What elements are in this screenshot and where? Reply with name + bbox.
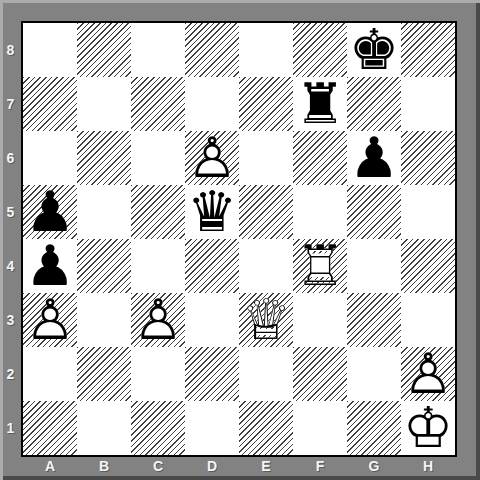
square-e4[interactable] [239, 239, 293, 293]
square-g1[interactable] [347, 401, 401, 455]
square-f4[interactable]: ♜♖ [293, 239, 347, 293]
square-c7[interactable] [131, 77, 185, 131]
square-d5[interactable]: ♛ [185, 185, 239, 239]
square-a3[interactable]: ♟♙ [23, 293, 77, 347]
piece-glyph: ♔ [401, 401, 455, 455]
square-b1[interactable] [77, 401, 131, 455]
piece-white-rook[interactable]: ♜♖ [293, 239, 347, 293]
file-label-b: B [77, 456, 131, 476]
rank-label-7: 7 [0, 77, 21, 131]
square-h1[interactable]: ♚♔ [401, 401, 455, 455]
square-e3[interactable]: ♛♕ [239, 293, 293, 347]
square-h8[interactable] [401, 23, 455, 77]
square-d7[interactable] [185, 77, 239, 131]
piece-glyph: ♙ [185, 131, 239, 185]
piece-black-queen[interactable]: ♛ [185, 185, 239, 239]
square-c4[interactable] [131, 239, 185, 293]
piece-white-king[interactable]: ♚♔ [401, 401, 455, 455]
piece-glyph: ♙ [131, 293, 185, 347]
square-c6[interactable] [131, 131, 185, 185]
square-a5[interactable]: ♟ [23, 185, 77, 239]
square-d1[interactable] [185, 401, 239, 455]
square-e5[interactable] [239, 185, 293, 239]
file-label-d: D [185, 456, 239, 476]
square-f7[interactable]: ♜ [293, 77, 347, 131]
square-c3[interactable]: ♟♙ [131, 293, 185, 347]
rank-labels: 87654321 [0, 23, 21, 455]
piece-glyph: ♙ [23, 293, 77, 347]
file-label-e: E [239, 456, 293, 476]
piece-white-pawn[interactable]: ♟♙ [401, 347, 455, 401]
square-c2[interactable] [131, 347, 185, 401]
rank-label-2: 2 [0, 347, 21, 401]
square-e2[interactable] [239, 347, 293, 401]
square-a7[interactable] [23, 77, 77, 131]
file-label-f: F [293, 456, 347, 476]
chess-board: ♚♜♟♙♟♟♛♟♜♖♟♙♟♙♛♕♟♙♚♔ [21, 21, 457, 457]
piece-glyph: ♟ [347, 131, 401, 185]
square-d2[interactable] [185, 347, 239, 401]
square-e7[interactable] [239, 77, 293, 131]
square-g3[interactable] [347, 293, 401, 347]
square-g2[interactable] [347, 347, 401, 401]
rank-label-3: 3 [0, 293, 21, 347]
file-label-a: A [23, 456, 77, 476]
square-e6[interactable] [239, 131, 293, 185]
piece-black-pawn[interactable]: ♟ [347, 131, 401, 185]
piece-glyph: ♜ [293, 77, 347, 131]
square-e8[interactable] [239, 23, 293, 77]
square-e1[interactable] [239, 401, 293, 455]
square-h7[interactable] [401, 77, 455, 131]
piece-glyph: ♟ [23, 239, 77, 293]
square-d3[interactable] [185, 293, 239, 347]
file-labels: ABCDEFGH [23, 456, 455, 476]
square-a2[interactable] [23, 347, 77, 401]
square-f1[interactable] [293, 401, 347, 455]
rank-label-6: 6 [0, 131, 21, 185]
square-c8[interactable] [131, 23, 185, 77]
square-h3[interactable] [401, 293, 455, 347]
file-label-c: C [131, 456, 185, 476]
piece-glyph: ♕ [239, 293, 293, 347]
square-a4[interactable]: ♟ [23, 239, 77, 293]
square-c5[interactable] [131, 185, 185, 239]
square-b2[interactable] [77, 347, 131, 401]
piece-glyph: ♙ [401, 347, 455, 401]
square-f8[interactable] [293, 23, 347, 77]
square-d4[interactable] [185, 239, 239, 293]
square-f2[interactable] [293, 347, 347, 401]
square-a1[interactable] [23, 401, 77, 455]
square-h5[interactable] [401, 185, 455, 239]
square-d8[interactable] [185, 23, 239, 77]
piece-glyph: ♖ [293, 239, 347, 293]
square-b6[interactable] [77, 131, 131, 185]
rank-label-1: 1 [0, 401, 21, 455]
piece-white-pawn[interactable]: ♟♙ [185, 131, 239, 185]
square-d6[interactable]: ♟♙ [185, 131, 239, 185]
piece-white-pawn[interactable]: ♟♙ [131, 293, 185, 347]
square-b7[interactable] [77, 77, 131, 131]
square-a6[interactable] [23, 131, 77, 185]
rank-label-5: 5 [0, 185, 21, 239]
piece-white-pawn[interactable]: ♟♙ [23, 293, 77, 347]
piece-black-rook[interactable]: ♜ [293, 77, 347, 131]
square-g6[interactable]: ♟ [347, 131, 401, 185]
square-h4[interactable] [401, 239, 455, 293]
piece-black-pawn[interactable]: ♟ [23, 185, 77, 239]
square-f6[interactable] [293, 131, 347, 185]
square-b5[interactable] [77, 185, 131, 239]
square-g8[interactable]: ♚ [347, 23, 401, 77]
piece-white-queen[interactable]: ♛♕ [239, 293, 293, 347]
square-h2[interactable]: ♟♙ [401, 347, 455, 401]
piece-glyph: ♟ [23, 185, 77, 239]
piece-glyph: ♚ [347, 23, 401, 77]
square-c1[interactable] [131, 401, 185, 455]
piece-black-pawn[interactable]: ♟ [23, 239, 77, 293]
square-g7[interactable] [347, 77, 401, 131]
piece-glyph: ♛ [185, 185, 239, 239]
square-b3[interactable] [77, 293, 131, 347]
rank-label-4: 4 [0, 239, 21, 293]
square-b4[interactable] [77, 239, 131, 293]
file-label-g: G [347, 456, 401, 476]
chess-diagram-frame: 87654321 ABCDEFGH ♚♜♟♙♟♟♛♟♜♖♟♙♟♙♛♕♟♙♚♔ [0, 0, 480, 480]
square-a8[interactable] [23, 23, 77, 77]
square-h6[interactable] [401, 131, 455, 185]
piece-black-king[interactable]: ♚ [347, 23, 401, 77]
square-f5[interactable] [293, 185, 347, 239]
square-g5[interactable] [347, 185, 401, 239]
rank-label-8: 8 [0, 23, 21, 77]
square-b8[interactable] [77, 23, 131, 77]
square-g4[interactable] [347, 239, 401, 293]
square-f3[interactable] [293, 293, 347, 347]
